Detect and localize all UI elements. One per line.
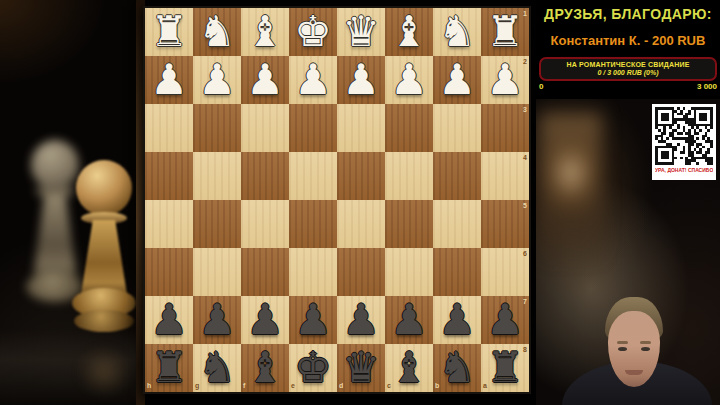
square-e7[interactable]: ♟: [289, 296, 337, 344]
square-h2[interactable]: ♟: [145, 56, 193, 104]
file-label: a: [483, 382, 487, 390]
white-queen: ♛: [342, 8, 380, 56]
black-queen: ♛: [342, 344, 380, 392]
square-c7[interactable]: ♟: [385, 296, 433, 344]
rank-label: 8: [523, 346, 527, 354]
square-g7[interactable]: ♟: [193, 296, 241, 344]
black-pawn: ♟: [294, 296, 332, 344]
white-knight: ♞: [438, 8, 476, 56]
goal-progress: 0 / 3 000 RUB (0%): [597, 69, 658, 77]
black-knight: ♞: [198, 344, 236, 392]
square-f4[interactable]: [241, 152, 289, 200]
square-h3[interactable]: [145, 104, 193, 152]
square-f7[interactable]: ♟: [241, 296, 289, 344]
blurred-chess-piece: [540, 113, 602, 263]
white-king: ♚: [294, 8, 332, 56]
file-label: c: [387, 382, 391, 390]
square-b2[interactable]: ♟: [433, 56, 481, 104]
square-b4[interactable]: [433, 152, 481, 200]
square-c5[interactable]: [385, 200, 433, 248]
square-c6[interactable]: [385, 248, 433, 296]
square-f5[interactable]: [241, 200, 289, 248]
qr-caption: УРА, ДОНАТ! СПАСИБО!!!: [655, 167, 713, 173]
pawn-reflection: [78, 347, 130, 397]
black-pawn: ♟: [438, 296, 476, 344]
white-pawn: ♟: [150, 56, 188, 104]
square-d4[interactable]: [337, 152, 385, 200]
white-rook: ♜: [486, 8, 524, 56]
black-pawn: ♟: [150, 296, 188, 344]
square-g4[interactable]: [193, 152, 241, 200]
left-background-photo: [0, 0, 145, 405]
white-pawn: ♟: [198, 56, 236, 104]
white-bishop: ♝: [390, 8, 428, 56]
square-f1[interactable]: ♝: [241, 8, 289, 56]
square-a6[interactable]: 6: [481, 248, 529, 296]
stream-frame: ♜♞♝♚♛♝♞♜1♟♟♟♟♟♟♟♟23456♟♟♟♟♟♟♟♟7♜h♞g♝f♚e♛…: [0, 0, 720, 405]
black-pawn: ♟: [390, 296, 428, 344]
white-rook: ♜: [150, 8, 188, 56]
black-bishop: ♝: [246, 344, 284, 392]
golden-pawn-photo: [72, 160, 136, 335]
goal-scale-min: 0: [539, 82, 543, 91]
square-a7[interactable]: ♟7: [481, 296, 529, 344]
square-d8[interactable]: ♛d: [337, 344, 385, 392]
square-a5[interactable]: 5: [481, 200, 529, 248]
file-label: g: [195, 382, 199, 390]
square-f6[interactable]: [241, 248, 289, 296]
black-knight: ♞: [438, 344, 476, 392]
square-f8[interactable]: ♝f: [241, 344, 289, 392]
square-d5[interactable]: [337, 200, 385, 248]
rank-label: 2: [523, 58, 527, 66]
square-b5[interactable]: [433, 200, 481, 248]
goal-scale: 0 3 000: [536, 81, 720, 91]
white-pawn: ♟: [294, 56, 332, 104]
square-b6[interactable]: [433, 248, 481, 296]
square-a4[interactable]: 4: [481, 152, 529, 200]
square-b1[interactable]: ♞: [433, 8, 481, 56]
rank-label: 6: [523, 250, 527, 258]
square-e1[interactable]: ♚: [289, 8, 337, 56]
black-rook: ♜: [150, 344, 188, 392]
white-pawn: ♟: [486, 56, 524, 104]
black-pawn: ♟: [342, 296, 380, 344]
chess-board[interactable]: ♜♞♝♚♛♝♞♜1♟♟♟♟♟♟♟♟23456♟♟♟♟♟♟♟♟7♜h♞g♝f♚e♛…: [145, 8, 529, 392]
rank-label: 3: [523, 106, 527, 114]
black-rook: ♜: [486, 344, 524, 392]
square-c2[interactable]: ♟: [385, 56, 433, 104]
square-h4[interactable]: [145, 152, 193, 200]
white-bishop: ♝: [246, 8, 284, 56]
square-g8[interactable]: ♞g: [193, 344, 241, 392]
square-a8[interactable]: ♜8a: [481, 344, 529, 392]
square-b3[interactable]: [433, 104, 481, 152]
qr-code: УРА, ДОНАТ! СПАСИБО!!!: [652, 104, 716, 180]
rank-label: 1: [523, 10, 527, 18]
square-f3[interactable]: [241, 104, 289, 152]
square-a2[interactable]: ♟2: [481, 56, 529, 104]
white-knight: ♞: [198, 8, 236, 56]
square-e8[interactable]: ♚e: [289, 344, 337, 392]
white-pawn: ♟: [390, 56, 428, 104]
square-g1[interactable]: ♞: [193, 8, 241, 56]
square-c4[interactable]: [385, 152, 433, 200]
square-b8[interactable]: ♞b: [433, 344, 481, 392]
goal-label: НА РОМАНТИЧЕСКОЕ СВИДАНИЕ: [566, 61, 689, 69]
square-f2[interactable]: ♟: [241, 56, 289, 104]
square-d7[interactable]: ♟: [337, 296, 385, 344]
black-pawn: ♟: [486, 296, 524, 344]
square-e6[interactable]: [289, 248, 337, 296]
square-h8[interactable]: ♜h: [145, 344, 193, 392]
square-e4[interactable]: [289, 152, 337, 200]
square-a3[interactable]: 3: [481, 104, 529, 152]
square-d2[interactable]: ♟: [337, 56, 385, 104]
black-pawn: ♟: [198, 296, 236, 344]
file-label: f: [243, 382, 245, 390]
goal-scale-max: 3 000: [697, 82, 717, 91]
rank-label: 7: [523, 298, 527, 306]
square-h5[interactable]: [145, 200, 193, 248]
square-g5[interactable]: [193, 200, 241, 248]
rank-label: 4: [523, 154, 527, 162]
square-c3[interactable]: [385, 104, 433, 152]
square-h6[interactable]: [145, 248, 193, 296]
thanks-title: ДРУЗЬЯ, БЛАГОДАРЮ:: [536, 6, 720, 22]
file-label: b: [435, 382, 439, 390]
square-c1[interactable]: ♝: [385, 8, 433, 56]
webcam-view: УРА, ДОНАТ! СПАСИБО!!!: [536, 99, 720, 405]
square-a1[interactable]: ♜1: [481, 8, 529, 56]
square-d1[interactable]: ♛: [337, 8, 385, 56]
file-label: e: [291, 382, 295, 390]
donation-goal-bar: НА РОМАНТИЧЕСКОЕ СВИДАНИЕ 0 / 3 000 RUB …: [539, 57, 717, 81]
black-bishop: ♝: [390, 344, 428, 392]
square-d6[interactable]: [337, 248, 385, 296]
rank-label: 5: [523, 202, 527, 210]
square-g3[interactable]: [193, 104, 241, 152]
square-e5[interactable]: [289, 200, 337, 248]
white-pawn: ♟: [246, 56, 284, 104]
black-king: ♚: [294, 344, 332, 392]
streamer-person: [536, 275, 720, 405]
chess-board-frame: ♜♞♝♚♛♝♞♜1♟♟♟♟♟♟♟♟23456♟♟♟♟♟♟♟♟7♜h♞g♝f♚e♛…: [143, 6, 531, 394]
square-g6[interactable]: [193, 248, 241, 296]
square-d3[interactable]: [337, 104, 385, 152]
square-g2[interactable]: ♟: [193, 56, 241, 104]
black-pawn: ♟: [246, 296, 284, 344]
file-label: h: [147, 382, 151, 390]
square-h7[interactable]: ♟: [145, 296, 193, 344]
white-pawn: ♟: [342, 56, 380, 104]
donation-panel: ДРУЗЬЯ, БЛАГОДАРЮ: Константин К. - 200 R…: [536, 0, 720, 405]
file-label: d: [339, 382, 343, 390]
square-h1[interactable]: ♜: [145, 8, 193, 56]
square-e3[interactable]: [289, 104, 337, 152]
square-c8[interactable]: ♝c: [385, 344, 433, 392]
donor-line: Константин К. - 200 RUB: [536, 33, 720, 48]
square-b7[interactable]: ♟: [433, 296, 481, 344]
square-e2[interactable]: ♟: [289, 56, 337, 104]
white-pawn: ♟: [438, 56, 476, 104]
